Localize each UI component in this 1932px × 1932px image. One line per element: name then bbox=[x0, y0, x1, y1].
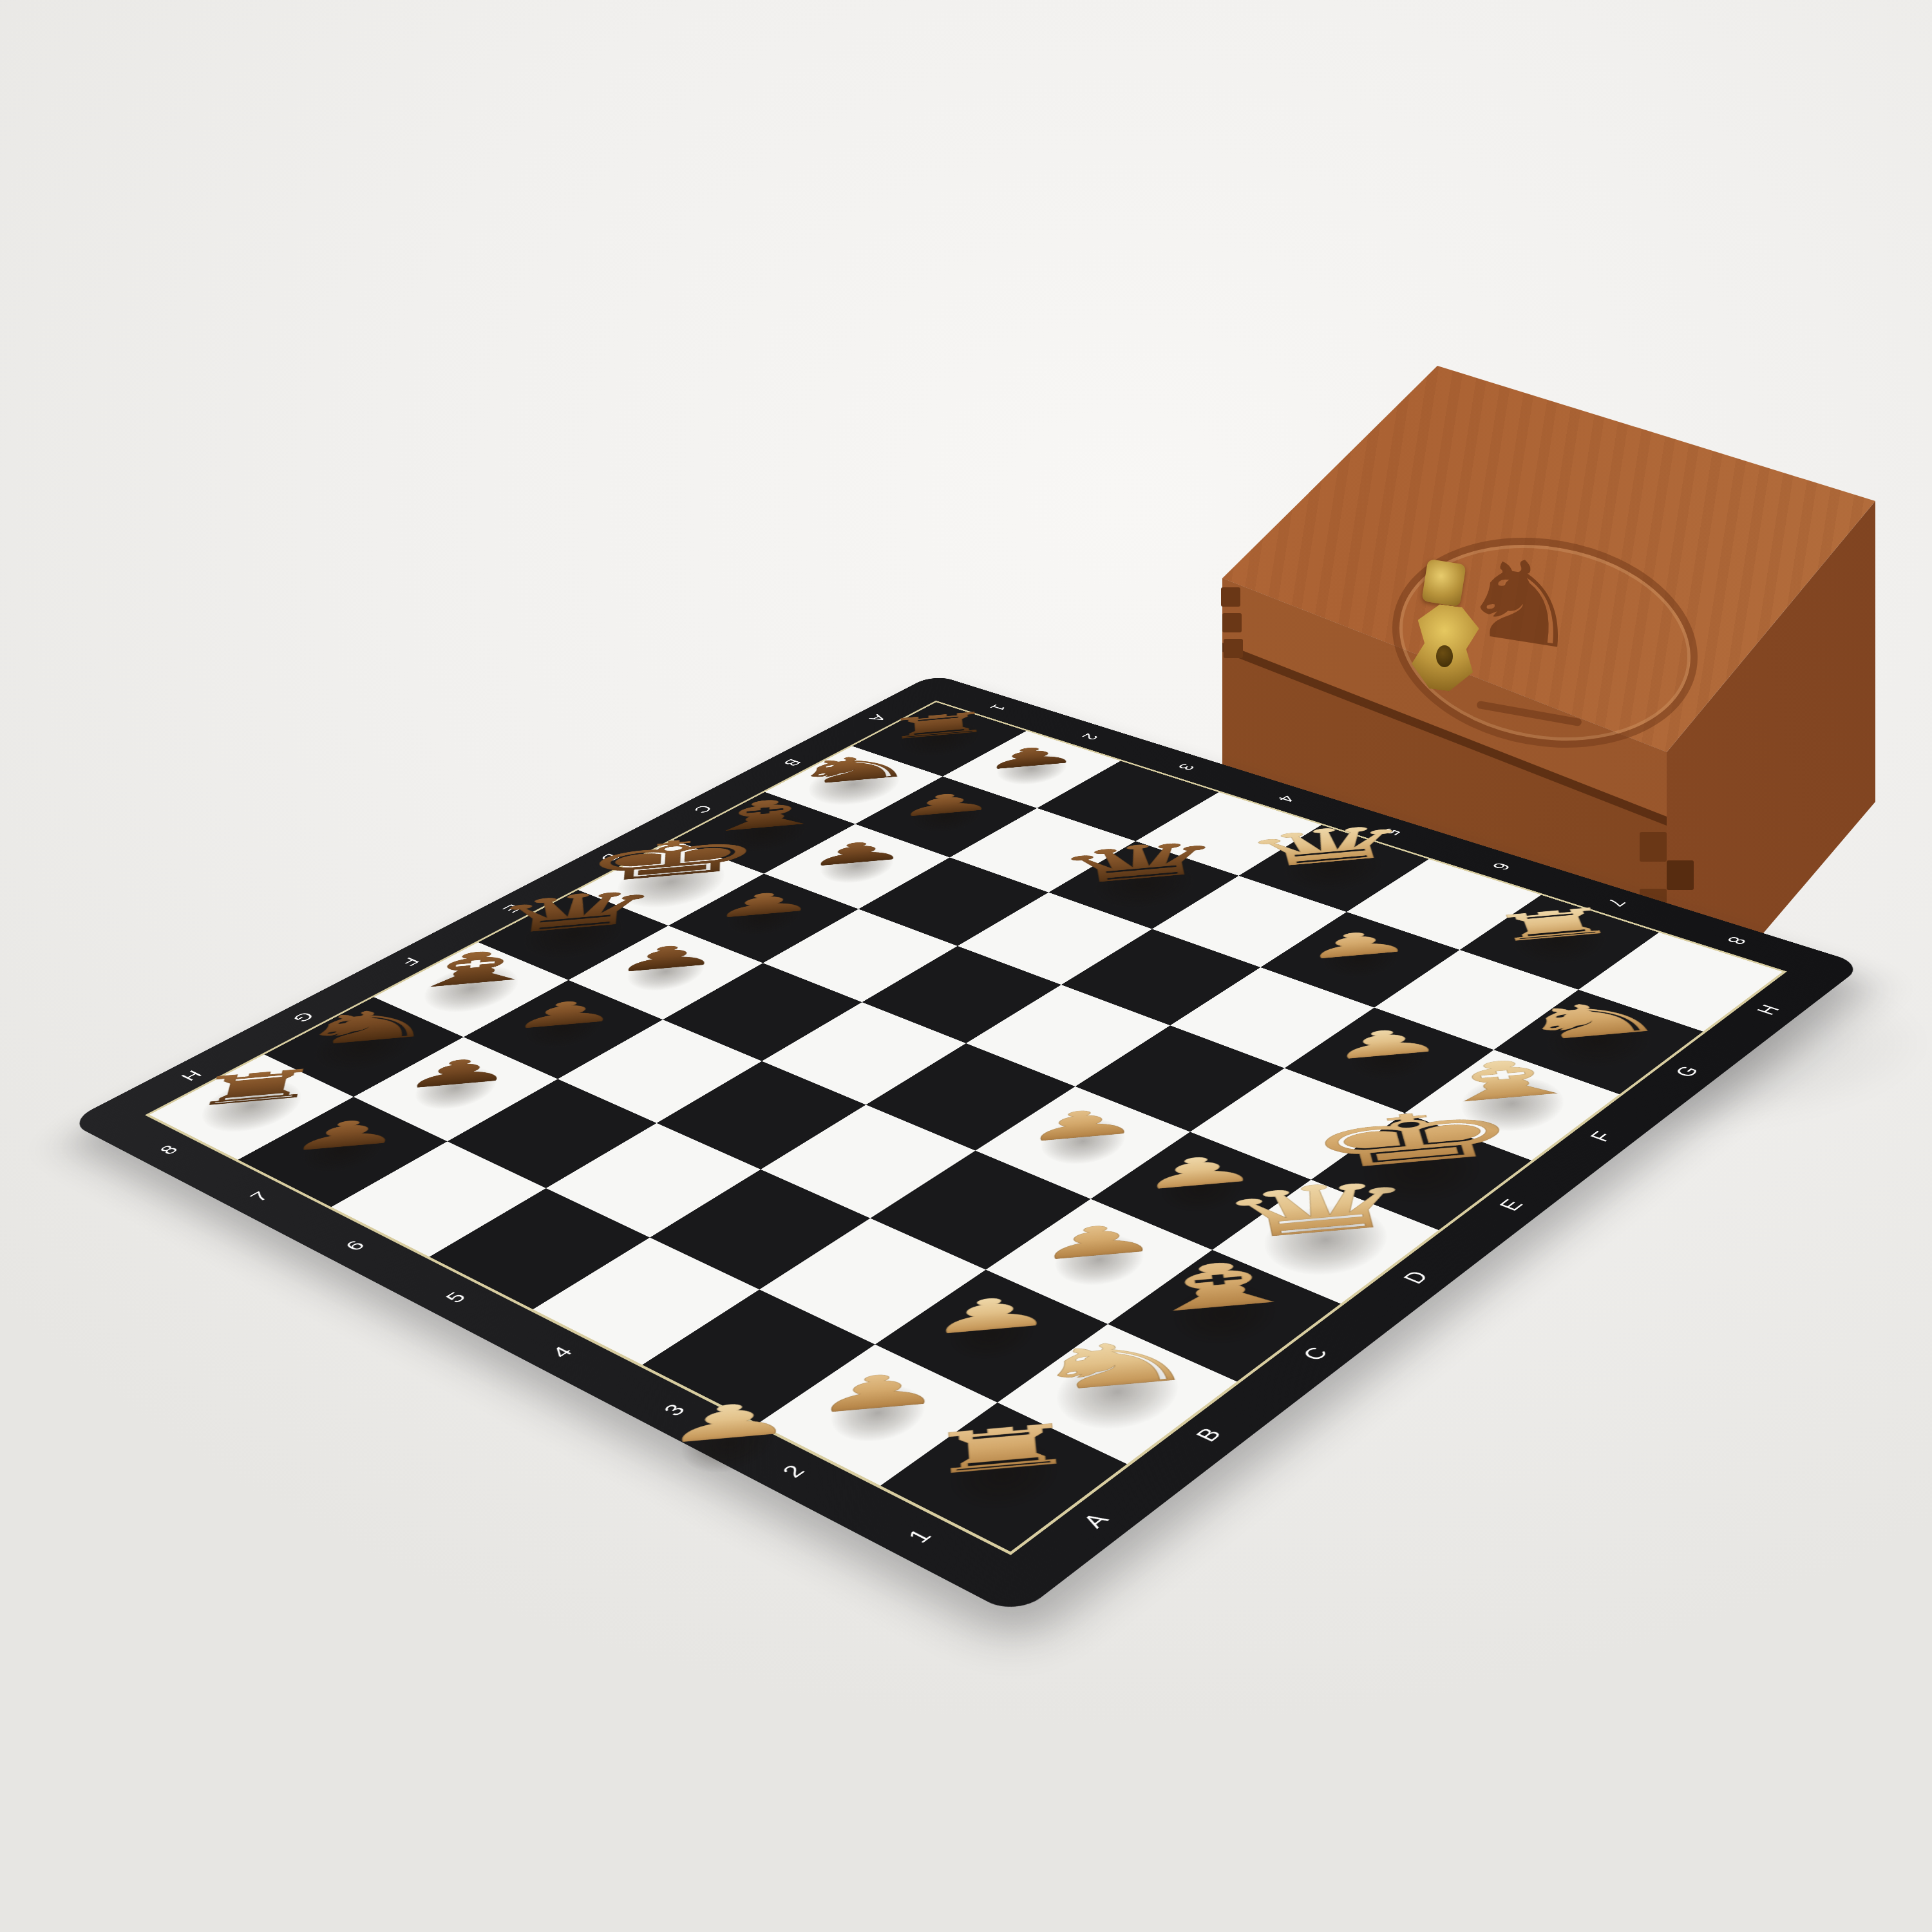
square-c5[interactable] bbox=[657, 1061, 866, 1170]
finger-joint-tooth bbox=[1667, 860, 1694, 890]
square-e2[interactable] bbox=[1190, 1068, 1405, 1180]
square-c3[interactable] bbox=[870, 1151, 1090, 1270]
finger-joint-tooth bbox=[1640, 832, 1667, 862]
square-d2[interactable] bbox=[1091, 1132, 1311, 1250]
square-b2[interactable] bbox=[875, 1270, 1108, 1403]
brass-clasp-keyhole bbox=[1436, 645, 1453, 667]
square-d3[interactable] bbox=[976, 1086, 1190, 1199]
finger-joint-tooth bbox=[1221, 587, 1240, 607]
square-e3[interactable] bbox=[1075, 1025, 1285, 1132]
finger-joint-tooth bbox=[1224, 639, 1243, 658]
brass-clasp-plate bbox=[1421, 559, 1466, 607]
knight-emblem-icon: ♞ bbox=[1450, 538, 1595, 667]
finger-joint-tooth bbox=[1222, 613, 1242, 632]
scene: ♞ AABBCCDDEEFFGGHH1122334455667788 ♜♞♝♛♚… bbox=[0, 0, 1932, 1932]
square-d4[interactable] bbox=[866, 1043, 1075, 1151]
